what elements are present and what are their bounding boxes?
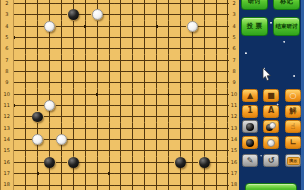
board-intersection[interactable] (139, 21, 151, 32)
board-intersection[interactable] (103, 157, 115, 168)
board-intersection[interactable] (127, 145, 139, 156)
board-intersection[interactable] (174, 145, 186, 156)
board-intersection[interactable] (20, 157, 32, 168)
board-intersection[interactable] (91, 100, 103, 111)
board-intersection[interactable] (186, 43, 198, 54)
board-intersection[interactable] (44, 111, 56, 122)
board-intersection[interactable] (115, 111, 127, 122)
board-intersection[interactable] (186, 32, 198, 43)
board-intersection[interactable] (20, 9, 32, 20)
board-intersection[interactable] (56, 123, 68, 134)
board-intersection[interactable] (67, 32, 79, 43)
board-intersection[interactable] (198, 111, 210, 122)
board-intersection[interactable] (186, 111, 198, 122)
board-intersection[interactable] (174, 134, 186, 145)
board-intersection[interactable] (139, 0, 151, 9)
board-intersection[interactable] (210, 89, 222, 100)
board-intersection[interactable] (186, 66, 198, 77)
board-intersection[interactable] (151, 145, 163, 156)
board-intersection[interactable] (174, 77, 186, 88)
board-intersection[interactable] (91, 77, 103, 88)
star-point[interactable] (151, 21, 163, 32)
board-intersection[interactable] (44, 123, 56, 134)
board-intersection[interactable] (56, 21, 68, 32)
board-intersection[interactable] (174, 179, 186, 190)
board-intersection[interactable] (198, 100, 210, 111)
board-intersection[interactable] (151, 55, 163, 66)
board-intersection[interactable] (139, 179, 151, 190)
board-intersection[interactable] (91, 32, 103, 43)
board-intersection[interactable] (163, 123, 175, 134)
board-intersection[interactable] (198, 179, 210, 190)
board-intersection[interactable] (210, 123, 222, 134)
board-intersection[interactable] (20, 145, 32, 156)
board-intersection[interactable] (67, 21, 79, 32)
board-intersection[interactable] (174, 9, 186, 20)
board-intersection[interactable] (44, 168, 56, 179)
board-intersection[interactable] (91, 111, 103, 122)
board-intersection[interactable] (79, 43, 91, 54)
mark-triangle-button[interactable]: ▲ (242, 89, 258, 102)
board-intersection[interactable] (79, 168, 91, 179)
board-intersection[interactable] (20, 168, 32, 179)
board-intersection[interactable] (198, 134, 210, 145)
board-intersection[interactable] (32, 9, 44, 20)
mark-circle-button[interactable]: ○ (285, 89, 301, 102)
board-intersection[interactable] (127, 43, 139, 54)
board-intersection[interactable] (198, 43, 210, 54)
board-intersection[interactable] (139, 66, 151, 77)
end-study-button[interactable]: 结束研讨 (273, 17, 300, 36)
board-intersection[interactable] (198, 89, 210, 100)
board-intersection[interactable] (79, 123, 91, 134)
board-intersection[interactable] (174, 100, 186, 111)
board-intersection[interactable] (115, 89, 127, 100)
board-intersection[interactable] (174, 32, 186, 43)
board-intersection[interactable] (115, 134, 127, 145)
board-intersection[interactable] (163, 0, 175, 9)
board-intersection[interactable] (174, 123, 186, 134)
board-intersection[interactable] (32, 123, 44, 134)
board-intersection[interactable] (103, 9, 115, 20)
board-intersection[interactable] (163, 179, 175, 190)
mark-square-button[interactable]: ■ (263, 89, 279, 102)
board-intersection[interactable] (91, 43, 103, 54)
board-intersection[interactable] (44, 0, 56, 9)
board-intersection[interactable] (32, 32, 44, 43)
board-intersection[interactable] (91, 134, 103, 145)
board-intersection[interactable] (198, 0, 210, 9)
board-intersection[interactable] (151, 100, 163, 111)
board-intersection[interactable] (91, 55, 103, 66)
board-intersection[interactable] (186, 100, 198, 111)
board-intersection[interactable] (139, 32, 151, 43)
board-intersection[interactable] (198, 66, 210, 77)
board-intersection[interactable] (67, 179, 79, 190)
board-intersection[interactable] (115, 21, 127, 32)
place-black-button[interactable] (242, 136, 258, 149)
black-stone-mode-button-disabled[interactable] (242, 120, 258, 133)
board-intersection[interactable] (32, 179, 44, 190)
board-intersection[interactable] (79, 32, 91, 43)
board-intersection[interactable] (67, 89, 79, 100)
board-intersection[interactable] (79, 134, 91, 145)
board-intersection[interactable] (44, 66, 56, 77)
board-intersection[interactable] (103, 111, 115, 122)
board-intersection[interactable] (103, 21, 115, 32)
board-intersection[interactable] (91, 123, 103, 134)
board-intersection[interactable] (151, 134, 163, 145)
board-intersection[interactable] (20, 43, 32, 54)
board-intersection[interactable] (79, 77, 91, 88)
board-intersection[interactable] (79, 89, 91, 100)
eraser-button[interactable]: ✎ (242, 154, 258, 167)
star-point[interactable] (163, 89, 175, 100)
board-intersection[interactable] (115, 100, 127, 111)
board-intersection[interactable] (32, 100, 44, 111)
board-intersection[interactable] (210, 77, 222, 88)
board-intersection[interactable] (20, 179, 32, 190)
board-intersection[interactable] (56, 0, 68, 9)
board-intersection[interactable] (139, 77, 151, 88)
board-intersection[interactable] (186, 134, 198, 145)
board-intersection[interactable] (139, 100, 151, 111)
hand-pointer-button[interactable]: ☝ (285, 120, 301, 133)
board-intersection[interactable] (115, 0, 127, 9)
board-intersection[interactable] (151, 123, 163, 134)
board-intersection[interactable] (103, 134, 115, 145)
board-intersection[interactable] (32, 0, 44, 9)
board-intersection[interactable] (174, 168, 186, 179)
board-intersection[interactable] (44, 134, 56, 145)
board-intersection[interactable] (115, 157, 127, 168)
board-intersection[interactable] (103, 100, 115, 111)
demo-button[interactable]: 演示 (285, 154, 301, 167)
board-intersection[interactable] (174, 66, 186, 77)
board-intersection[interactable] (79, 66, 91, 77)
board-intersection[interactable] (127, 55, 139, 66)
board-intersection[interactable] (56, 89, 68, 100)
board-intersection[interactable] (210, 168, 222, 179)
board-intersection[interactable] (56, 32, 68, 43)
board-intersection[interactable] (44, 77, 56, 88)
board-intersection[interactable] (139, 157, 151, 168)
board-intersection[interactable] (139, 145, 151, 156)
board-intersection[interactable] (91, 179, 103, 190)
board-intersection[interactable] (151, 9, 163, 20)
study-button[interactable]: 研讨 (241, 0, 268, 10)
board-intersection[interactable] (56, 66, 68, 77)
board-intersection[interactable] (67, 123, 79, 134)
star-point[interactable] (79, 21, 91, 32)
board-intersection[interactable] (79, 111, 91, 122)
board-intersection[interactable] (115, 77, 127, 88)
board-intersection[interactable] (127, 77, 139, 88)
ruler-tool-button[interactable]: ∟ (285, 136, 301, 149)
board-intersection[interactable] (32, 89, 44, 100)
board-intersection[interactable] (56, 77, 68, 88)
board-intersection[interactable] (174, 55, 186, 66)
board-intersection[interactable] (163, 100, 175, 111)
board-intersection[interactable] (79, 0, 91, 9)
board-intersection[interactable] (163, 43, 175, 54)
star-point[interactable] (103, 168, 115, 179)
board-intersection[interactable] (163, 21, 175, 32)
board-intersection[interactable] (103, 179, 115, 190)
board-intersection[interactable] (210, 145, 222, 156)
board-intersection[interactable] (79, 100, 91, 111)
board-intersection[interactable] (32, 66, 44, 77)
board-intersection[interactable] (103, 43, 115, 54)
board-intersection[interactable] (127, 66, 139, 77)
board-intersection[interactable] (67, 134, 79, 145)
board-intersection[interactable] (79, 179, 91, 190)
board-intersection[interactable] (103, 77, 115, 88)
board-intersection[interactable] (139, 123, 151, 134)
board-intersection[interactable] (103, 66, 115, 77)
board-intersection[interactable] (198, 9, 210, 20)
board-intersection[interactable] (151, 168, 163, 179)
board-intersection[interactable] (151, 77, 163, 88)
board-intersection[interactable] (139, 111, 151, 122)
board-intersection[interactable] (151, 89, 163, 100)
board-intersection[interactable] (20, 32, 32, 43)
board-intersection[interactable] (115, 43, 127, 54)
board-intersection[interactable] (20, 55, 32, 66)
board-intersection[interactable] (163, 66, 175, 77)
board-intersection[interactable] (44, 55, 56, 66)
board-intersection[interactable] (91, 21, 103, 32)
board-intersection[interactable] (174, 89, 186, 100)
board-intersection[interactable] (20, 89, 32, 100)
board-intersection[interactable] (32, 55, 44, 66)
board-intersection[interactable] (32, 157, 44, 168)
board-intersection[interactable] (67, 66, 79, 77)
board-intersection[interactable] (198, 145, 210, 156)
board-intersection[interactable] (79, 9, 91, 20)
board-intersection[interactable] (44, 9, 56, 20)
board-intersection[interactable] (139, 43, 151, 54)
board-intersection[interactable] (32, 43, 44, 54)
board-intersection[interactable] (174, 111, 186, 122)
board-intersection[interactable] (56, 100, 68, 111)
board-intersection[interactable] (103, 89, 115, 100)
board-intersection[interactable] (198, 123, 210, 134)
board-intersection[interactable] (20, 77, 32, 88)
mark-button[interactable]: 标记 (273, 0, 300, 10)
board-intersection[interactable] (210, 111, 222, 122)
board-intersection[interactable] (127, 100, 139, 111)
board-intersection[interactable] (151, 32, 163, 43)
board-intersection[interactable] (210, 0, 222, 9)
board-intersection[interactable] (127, 111, 139, 122)
board-intersection[interactable] (115, 55, 127, 66)
board-intersection[interactable] (103, 55, 115, 66)
board-intersection[interactable] (210, 55, 222, 66)
board-intersection[interactable] (186, 77, 198, 88)
board-intersection[interactable] (20, 21, 32, 32)
board-intersection[interactable] (32, 145, 44, 156)
board-intersection[interactable] (174, 21, 186, 32)
board-intersection[interactable] (67, 77, 79, 88)
board-intersection[interactable] (210, 9, 222, 20)
board-intersection[interactable] (210, 179, 222, 190)
bottom-cut-button[interactable] (245, 183, 297, 190)
board-intersection[interactable] (151, 157, 163, 168)
board-intersection[interactable] (56, 111, 68, 122)
star-point[interactable] (32, 168, 44, 179)
board-intersection[interactable] (56, 43, 68, 54)
board-intersection[interactable] (103, 32, 115, 43)
board-intersection[interactable] (67, 43, 79, 54)
board-intersection[interactable] (115, 168, 127, 179)
board-intersection[interactable] (210, 43, 222, 54)
board-intersection[interactable] (127, 123, 139, 134)
board-intersection[interactable] (151, 111, 163, 122)
board-intersection[interactable] (174, 43, 186, 54)
board-intersection[interactable] (198, 77, 210, 88)
board-intersection[interactable] (186, 168, 198, 179)
board-intersection[interactable] (103, 123, 115, 134)
board-intersection[interactable] (186, 123, 198, 134)
board-intersection[interactable] (186, 55, 198, 66)
row-label: 11 (1, 100, 13, 111)
board-intersection[interactable] (67, 145, 79, 156)
board-intersection[interactable] (56, 157, 68, 168)
board-intersection[interactable] (20, 123, 32, 134)
board-intersection[interactable] (127, 168, 139, 179)
board-intersection[interactable] (163, 134, 175, 145)
board-intersection[interactable] (127, 89, 139, 100)
board-intersection[interactable] (198, 168, 210, 179)
board-intersection[interactable] (163, 145, 175, 156)
board-intersection[interactable] (91, 66, 103, 77)
board-intersection[interactable] (115, 145, 127, 156)
board-intersection[interactable] (210, 157, 222, 168)
board-intersection[interactable] (186, 9, 198, 20)
board-intersection[interactable] (210, 21, 222, 32)
board-intersection[interactable] (67, 168, 79, 179)
alternate-stones-button[interactable] (263, 120, 279, 133)
board-intersection[interactable] (44, 32, 56, 43)
board-intersection[interactable] (210, 100, 222, 111)
board-intersection[interactable] (32, 21, 44, 32)
board-intersection[interactable] (44, 145, 56, 156)
board-intersection[interactable] (20, 66, 32, 77)
board-intersection[interactable] (67, 111, 79, 122)
board-intersection[interactable] (163, 111, 175, 122)
vote-button[interactable]: 投 票 (241, 17, 268, 36)
board-intersection[interactable] (127, 0, 139, 9)
board-intersection[interactable] (174, 0, 186, 9)
board-intersection[interactable] (115, 32, 127, 43)
board-intersection[interactable] (44, 179, 56, 190)
board-intersection[interactable] (139, 168, 151, 179)
board-intersection[interactable] (67, 0, 79, 9)
board-intersection[interactable] (186, 0, 198, 9)
board-intersection[interactable] (115, 66, 127, 77)
star-point[interactable] (91, 89, 103, 100)
board-intersection[interactable] (163, 168, 175, 179)
board-intersection[interactable] (127, 32, 139, 43)
board-intersection[interactable] (91, 145, 103, 156)
board-intersection[interactable] (103, 0, 115, 9)
board-intersection[interactable] (115, 179, 127, 190)
board-intersection[interactable] (56, 55, 68, 66)
board-intersection[interactable] (103, 145, 115, 156)
board-intersection[interactable] (127, 179, 139, 190)
board-intersection[interactable] (139, 9, 151, 20)
place-white-button[interactable] (263, 136, 279, 149)
board-intersection[interactable] (44, 43, 56, 54)
board-intersection[interactable] (186, 179, 198, 190)
board-intersection[interactable] (198, 21, 210, 32)
go-board-grid[interactable] (8, 0, 234, 190)
board-intersection[interactable] (56, 9, 68, 20)
mark-number-button[interactable]: 1 (242, 105, 258, 118)
board-intersection[interactable] (210, 32, 222, 43)
mark-letter-button[interactable]: A (263, 105, 279, 118)
board-intersection[interactable] (127, 157, 139, 168)
board-intersection[interactable] (56, 179, 68, 190)
board-intersection[interactable] (151, 0, 163, 9)
board-intersection[interactable] (20, 134, 32, 145)
star-point[interactable] (163, 157, 175, 168)
board-intersection[interactable] (44, 89, 56, 100)
board-intersection[interactable] (127, 134, 139, 145)
board-intersection[interactable] (210, 66, 222, 77)
board-intersection[interactable] (186, 145, 198, 156)
board-intersection[interactable] (67, 55, 79, 66)
board-intersection[interactable] (127, 9, 139, 20)
board-intersection[interactable] (186, 157, 198, 168)
board-intersection[interactable] (186, 89, 198, 100)
board-intersection[interactable] (163, 77, 175, 88)
board-intersection[interactable] (91, 168, 103, 179)
board-intersection[interactable] (198, 32, 210, 43)
board-intersection[interactable] (91, 0, 103, 9)
board-intersection[interactable] (139, 55, 151, 66)
board-intersection[interactable] (91, 157, 103, 168)
board-intersection[interactable] (139, 89, 151, 100)
board-intersection[interactable] (163, 32, 175, 43)
board-intersection[interactable] (79, 55, 91, 66)
board-intersection[interactable] (20, 111, 32, 122)
board-intersection[interactable] (79, 145, 91, 156)
board-intersection[interactable] (56, 168, 68, 179)
board-intersection[interactable] (163, 55, 175, 66)
reset-loop-button[interactable]: ↺ (263, 154, 279, 167)
board-intersection[interactable] (79, 157, 91, 168)
board-intersection[interactable] (198, 55, 210, 66)
board-intersection[interactable] (139, 134, 151, 145)
board-intersection[interactable] (32, 77, 44, 88)
board-intersection[interactable] (20, 0, 32, 9)
row-label: 8 (1, 66, 13, 77)
analyse-button[interactable]: 解 (285, 105, 301, 118)
board-intersection[interactable] (163, 9, 175, 20)
board-intersection[interactable] (151, 66, 163, 77)
board-intersection[interactable] (115, 9, 127, 20)
board-intersection[interactable] (151, 43, 163, 54)
board-intersection[interactable] (115, 123, 127, 134)
board-intersection[interactable] (56, 145, 68, 156)
board-intersection[interactable] (151, 179, 163, 190)
board-intersection[interactable] (67, 100, 79, 111)
board-intersection[interactable] (210, 134, 222, 145)
board-intersection[interactable] (127, 21, 139, 32)
board-intersection[interactable] (20, 100, 32, 111)
